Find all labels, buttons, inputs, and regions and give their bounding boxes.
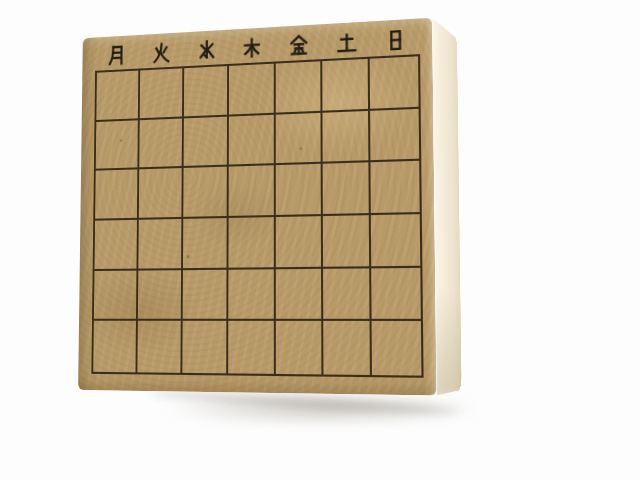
kanji-glyph-icon <box>383 28 407 53</box>
calendar-cell-r2c3 <box>184 116 229 168</box>
kanji-glyph-icon <box>241 36 263 60</box>
calendar-cell-r2c1 <box>96 120 140 171</box>
calendar-cell-r6c6 <box>323 321 372 375</box>
calendar-cell-r3c2 <box>139 168 184 219</box>
weekday-label-saturday: 土 <box>323 25 371 60</box>
calendar-cell-r2c5 <box>275 112 322 165</box>
calendar-cell-r1c7 <box>370 56 419 110</box>
calendar-cell-r5c6 <box>323 268 372 321</box>
weekday-label-sunday: 日 <box>371 22 420 57</box>
calendar-cell-r6c7 <box>371 321 421 375</box>
calendar-cell-r6c3 <box>183 321 229 373</box>
calendar-cell-r2c4 <box>229 114 275 167</box>
calendar-cell-r2c2 <box>139 118 184 170</box>
calendar-cell-r2c6 <box>322 110 370 164</box>
calendar-cell-r2c7 <box>370 109 419 163</box>
calendar-cell-r5c4 <box>229 269 276 321</box>
calendar-cell-r5c7 <box>371 268 421 322</box>
calendar-cell-r6c2 <box>138 321 183 373</box>
calendar-cell-r4c5 <box>275 216 322 269</box>
calendar-cell-r1c3 <box>184 66 229 118</box>
calendar-cell-r1c2 <box>140 68 185 120</box>
weekday-label-tuesday: 火 <box>139 35 184 68</box>
block-front-face: 月火水木金土日 <box>78 18 436 396</box>
calendar-cell-r3c5 <box>275 164 322 217</box>
calendar-cell-r3c6 <box>322 163 370 216</box>
calendar-cell-r5c2 <box>138 270 183 321</box>
calendar-cell-r3c3 <box>184 167 230 219</box>
calendar-cell-r4c1 <box>94 220 138 271</box>
weekday-label-monday: 月 <box>95 38 139 71</box>
calendar-cell-r6c4 <box>229 321 276 374</box>
calendar-cell-r3c1 <box>95 170 139 221</box>
kanji-glyph-icon <box>151 41 173 65</box>
calendar-cell-r5c5 <box>275 268 323 321</box>
calendar-cell-r1c1 <box>96 70 140 121</box>
calendar-cell-r3c7 <box>370 161 419 215</box>
calendar-cell-r4c3 <box>183 218 229 270</box>
calendar-cell-r4c2 <box>138 219 183 270</box>
kanji-glyph-icon <box>195 38 217 62</box>
calendar-cell-r1c4 <box>229 64 275 117</box>
weekday-label-friday: 金 <box>276 27 323 61</box>
kanji-glyph-icon <box>335 30 358 55</box>
weekday-label-thursday: 木 <box>229 30 275 64</box>
calendar-cell-r5c3 <box>183 269 229 321</box>
calendar-cell-r4c7 <box>371 214 421 268</box>
calendar-cell-r1c5 <box>275 61 322 114</box>
calendar-cell-r5c1 <box>94 270 139 321</box>
kanji-glyph-icon <box>288 33 311 58</box>
block-right-face <box>432 18 462 396</box>
calendar-cell-r6c1 <box>93 321 138 372</box>
calendar-cell-r4c6 <box>323 215 371 268</box>
weekday-label-wednesday: 水 <box>184 33 230 67</box>
photo-stage: 月火水木金土日 <box>0 0 640 480</box>
calendar-grid <box>91 54 423 378</box>
calendar-cell-r1c6 <box>322 59 370 113</box>
calendar-cell-r6c5 <box>275 321 323 374</box>
calendar-cell-r3c4 <box>229 166 275 218</box>
stamp-block-scene: 月火水木金土日 <box>90 36 450 388</box>
wooden-stamp-block: 月火水木金土日 <box>103 28 450 392</box>
calendar-cell-r4c4 <box>229 217 275 269</box>
kanji-glyph-icon <box>106 43 127 67</box>
